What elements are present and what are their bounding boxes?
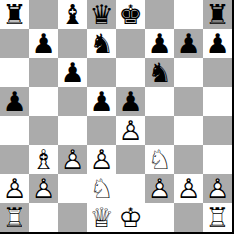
piece-black-pawn: ♟ bbox=[87, 87, 116, 116]
square-h4[interactable] bbox=[203, 116, 232, 145]
piece-black-pawn: ♟ bbox=[116, 87, 145, 116]
square-g1[interactable] bbox=[174, 203, 203, 232]
square-c2[interactable] bbox=[58, 174, 87, 203]
square-a6[interactable] bbox=[0, 58, 29, 87]
piece-white-pawn: ♟♙ bbox=[203, 174, 232, 203]
piece-black-knight: ♞ bbox=[145, 58, 174, 87]
piece-black-bishop: ♝ bbox=[58, 0, 87, 29]
square-a5[interactable]: ♟ bbox=[0, 87, 29, 116]
piece-white-pawn: ♟♙ bbox=[145, 174, 174, 203]
piece-white-king: ♚♔ bbox=[116, 203, 145, 232]
square-b1[interactable] bbox=[29, 203, 58, 232]
square-h2[interactable]: ♟♙ bbox=[203, 174, 232, 203]
square-a4[interactable] bbox=[0, 116, 29, 145]
chess-board: ♜♝♛♚♜♟♞♟♟♟♟♞♟♟♟♟♙♝♗♟♙♟♙♞♘♟♙♟♙♞♘♟♙♟♙♟♙♜♖♛… bbox=[0, 0, 234, 234]
piece-white-pawn: ♟♙ bbox=[0, 174, 29, 203]
square-c1[interactable] bbox=[58, 203, 87, 232]
square-h7[interactable]: ♟ bbox=[203, 29, 232, 58]
square-g3[interactable] bbox=[174, 145, 203, 174]
piece-white-pawn: ♟♙ bbox=[87, 145, 116, 174]
square-a8[interactable]: ♜ bbox=[0, 0, 29, 29]
square-b4[interactable] bbox=[29, 116, 58, 145]
piece-white-pawn: ♟♙ bbox=[174, 174, 203, 203]
square-g7[interactable]: ♟ bbox=[174, 29, 203, 58]
square-h8[interactable]: ♜ bbox=[203, 0, 232, 29]
square-h5[interactable] bbox=[203, 87, 232, 116]
square-h3[interactable] bbox=[203, 145, 232, 174]
square-f7[interactable]: ♟ bbox=[145, 29, 174, 58]
piece-black-pawn: ♟ bbox=[0, 87, 29, 116]
square-b8[interactable] bbox=[29, 0, 58, 29]
square-b3[interactable]: ♝♗ bbox=[29, 145, 58, 174]
piece-white-knight: ♞♘ bbox=[87, 174, 116, 203]
piece-black-rook: ♜ bbox=[0, 0, 29, 29]
piece-black-pawn: ♟ bbox=[58, 58, 87, 87]
piece-black-pawn: ♟ bbox=[174, 29, 203, 58]
chess-board-diagram: ♜♝♛♚♜♟♞♟♟♟♟♞♟♟♟♟♙♝♗♟♙♟♙♞♘♟♙♟♙♞♘♟♙♟♙♟♙♜♖♛… bbox=[0, 0, 234, 234]
square-f4[interactable] bbox=[145, 116, 174, 145]
square-d4[interactable] bbox=[87, 116, 116, 145]
piece-black-pawn: ♟ bbox=[203, 29, 232, 58]
square-a1[interactable]: ♜♖ bbox=[0, 203, 29, 232]
piece-black-pawn: ♟ bbox=[29, 29, 58, 58]
square-g4[interactable] bbox=[174, 116, 203, 145]
piece-white-knight: ♞♘ bbox=[145, 145, 174, 174]
square-d5[interactable]: ♟ bbox=[87, 87, 116, 116]
square-g2[interactable]: ♟♙ bbox=[174, 174, 203, 203]
square-e7[interactable] bbox=[116, 29, 145, 58]
square-c5[interactable] bbox=[58, 87, 87, 116]
square-e4[interactable]: ♟♙ bbox=[116, 116, 145, 145]
square-c8[interactable]: ♝ bbox=[58, 0, 87, 29]
square-d7[interactable]: ♞ bbox=[87, 29, 116, 58]
square-e6[interactable] bbox=[116, 58, 145, 87]
square-e2[interactable] bbox=[116, 174, 145, 203]
square-f1[interactable] bbox=[145, 203, 174, 232]
piece-white-rook: ♜♖ bbox=[203, 203, 232, 232]
square-e5[interactable]: ♟ bbox=[116, 87, 145, 116]
square-h6[interactable] bbox=[203, 58, 232, 87]
piece-black-rook: ♜ bbox=[203, 0, 232, 29]
square-b7[interactable]: ♟ bbox=[29, 29, 58, 58]
square-e8[interactable]: ♚ bbox=[116, 0, 145, 29]
piece-white-queen: ♛♕ bbox=[87, 203, 116, 232]
square-c3[interactable]: ♟♙ bbox=[58, 145, 87, 174]
square-d3[interactable]: ♟♙ bbox=[87, 145, 116, 174]
square-a2[interactable]: ♟♙ bbox=[0, 174, 29, 203]
piece-white-pawn: ♟♙ bbox=[29, 174, 58, 203]
square-g6[interactable] bbox=[174, 58, 203, 87]
square-c4[interactable] bbox=[58, 116, 87, 145]
square-f8[interactable] bbox=[145, 0, 174, 29]
square-e1[interactable]: ♚♔ bbox=[116, 203, 145, 232]
square-d1[interactable]: ♛♕ bbox=[87, 203, 116, 232]
square-f5[interactable] bbox=[145, 87, 174, 116]
square-a7[interactable] bbox=[0, 29, 29, 58]
square-c7[interactable] bbox=[58, 29, 87, 58]
piece-white-pawn: ♟♙ bbox=[116, 116, 145, 145]
square-e3[interactable] bbox=[116, 145, 145, 174]
piece-black-queen: ♛ bbox=[87, 0, 116, 29]
piece-black-knight: ♞ bbox=[87, 29, 116, 58]
piece-white-bishop: ♝♗ bbox=[29, 145, 58, 174]
square-h1[interactable]: ♜♖ bbox=[203, 203, 232, 232]
square-d2[interactable]: ♞♘ bbox=[87, 174, 116, 203]
piece-black-king: ♚ bbox=[116, 0, 145, 29]
square-f2[interactable]: ♟♙ bbox=[145, 174, 174, 203]
square-c6[interactable]: ♟ bbox=[58, 58, 87, 87]
piece-black-pawn: ♟ bbox=[145, 29, 174, 58]
piece-white-rook: ♜♖ bbox=[0, 203, 29, 232]
square-f6[interactable]: ♞ bbox=[145, 58, 174, 87]
square-a3[interactable] bbox=[0, 145, 29, 174]
square-g8[interactable] bbox=[174, 0, 203, 29]
square-d8[interactable]: ♛ bbox=[87, 0, 116, 29]
piece-white-pawn: ♟♙ bbox=[58, 145, 87, 174]
square-f3[interactable]: ♞♘ bbox=[145, 145, 174, 174]
square-b5[interactable] bbox=[29, 87, 58, 116]
square-b2[interactable]: ♟♙ bbox=[29, 174, 58, 203]
square-g5[interactable] bbox=[174, 87, 203, 116]
square-d6[interactable] bbox=[87, 58, 116, 87]
square-b6[interactable] bbox=[29, 58, 58, 87]
